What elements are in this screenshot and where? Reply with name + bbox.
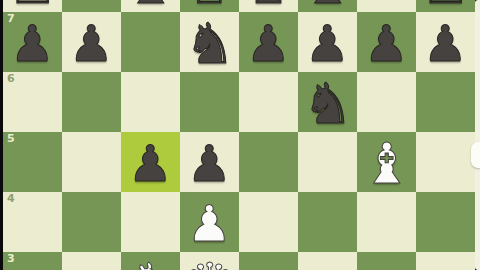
square-g8[interactable]: [357, 0, 416, 12]
square-b7[interactable]: ♟: [62, 12, 121, 72]
square-a4[interactable]: 4: [3, 192, 62, 252]
drawer-handle-icon[interactable]: [471, 142, 480, 168]
square-a8[interactable]: ♜: [3, 0, 62, 12]
black-pawn-g7[interactable]: ♟: [364, 19, 409, 69]
square-h5[interactable]: [416, 132, 475, 192]
square-g4[interactable]: [357, 192, 416, 252]
square-g3[interactable]: [357, 252, 416, 270]
square-h7[interactable]: ♟: [416, 12, 475, 72]
square-h3[interactable]: [416, 252, 475, 270]
square-f8[interactable]: ♝: [298, 0, 357, 12]
square-e8[interactable]: ♚: [239, 0, 298, 12]
square-a6[interactable]: 6: [3, 72, 62, 132]
black-knight-d7[interactable]: ♞: [184, 16, 234, 72]
square-d5[interactable]: ♟: [180, 132, 239, 192]
square-f5[interactable]: [298, 132, 357, 192]
black-pawn-f7[interactable]: ♟: [305, 19, 350, 69]
square-e4[interactable]: [239, 192, 298, 252]
white-bishop-g5[interactable]: ♝: [361, 136, 411, 192]
square-c5[interactable]: ♟: [121, 132, 180, 192]
black-rook-a8[interactable]: ♜: [7, 0, 57, 12]
black-king-e8[interactable]: ♚: [243, 0, 293, 12]
square-c8[interactable]: ♝: [121, 0, 180, 12]
black-pawn-b7[interactable]: ♟: [69, 19, 114, 69]
chess-board: ♜♝♛♚♝♜7♟♟♞♟♟♟♟6♞5♟♟♝4♟3♞♛: [3, 0, 475, 270]
square-c7[interactable]: [121, 12, 180, 72]
rank-label-3: 3: [7, 253, 15, 264]
white-queen-d3[interactable]: ♛: [184, 256, 234, 270]
black-knight-f6[interactable]: ♞: [302, 76, 352, 132]
square-e7[interactable]: ♟: [239, 12, 298, 72]
square-f4[interactable]: [298, 192, 357, 252]
square-b3[interactable]: [62, 252, 121, 270]
square-b5[interactable]: [62, 132, 121, 192]
square-d3[interactable]: ♛: [180, 252, 239, 270]
rank-label-4: 4: [7, 193, 15, 204]
square-b4[interactable]: [62, 192, 121, 252]
black-pawn-d5[interactable]: ♟: [187, 139, 232, 189]
square-e3[interactable]: [239, 252, 298, 270]
square-g7[interactable]: ♟: [357, 12, 416, 72]
square-e6[interactable]: [239, 72, 298, 132]
square-a5[interactable]: 5: [3, 132, 62, 192]
black-rook-h8[interactable]: ♜: [420, 0, 470, 12]
side-panel-edge: [475, 0, 480, 270]
left-letterbox-bar: [0, 0, 3, 270]
square-a3[interactable]: 3: [3, 252, 62, 270]
rank-label-5: 5: [7, 133, 15, 144]
white-knight-c3[interactable]: ♞: [125, 256, 175, 270]
square-c3[interactable]: ♞: [121, 252, 180, 270]
black-pawn-e7[interactable]: ♟: [246, 19, 291, 69]
square-c4[interactable]: [121, 192, 180, 252]
black-pawn-a7[interactable]: ♟: [10, 19, 55, 69]
square-f7[interactable]: ♟: [298, 12, 357, 72]
square-g5[interactable]: ♝: [357, 132, 416, 192]
square-b8[interactable]: [62, 0, 121, 12]
black-pawn-h7[interactable]: ♟: [423, 19, 468, 69]
square-f6[interactable]: ♞: [298, 72, 357, 132]
square-d6[interactable]: [180, 72, 239, 132]
square-d7[interactable]: ♞: [180, 12, 239, 72]
black-bishop-f8[interactable]: ♝: [302, 0, 352, 12]
black-bishop-c8[interactable]: ♝: [125, 0, 175, 12]
rank-label-6: 6: [7, 73, 15, 84]
square-b6[interactable]: [62, 72, 121, 132]
square-h6[interactable]: [416, 72, 475, 132]
square-d4[interactable]: ♟: [180, 192, 239, 252]
square-g6[interactable]: [357, 72, 416, 132]
white-pawn-d4[interactable]: ♟: [187, 199, 232, 249]
square-a7[interactable]: 7♟: [3, 12, 62, 72]
square-c6[interactable]: [121, 72, 180, 132]
black-pawn-c5[interactable]: ♟: [128, 139, 173, 189]
square-f3[interactable]: [298, 252, 357, 270]
square-h8[interactable]: ♜: [416, 0, 475, 12]
square-h4[interactable]: [416, 192, 475, 252]
square-e5[interactable]: [239, 132, 298, 192]
screenshot-stage: ♜♝♛♚♝♜7♟♟♞♟♟♟♟6♞5♟♟♝4♟3♞♛: [0, 0, 480, 270]
